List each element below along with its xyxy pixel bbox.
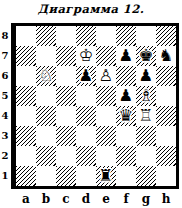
square-b1 — [36, 166, 56, 186]
rank-label-2: 2 — [0, 146, 10, 166]
file-label-d: d — [76, 192, 96, 206]
diagram-title: Диаграмма 12. — [0, 2, 182, 16]
square-a3 — [16, 126, 36, 146]
square-c4 — [56, 106, 76, 126]
square-e8 — [96, 26, 116, 46]
piece-white-king: ♔ — [76, 46, 96, 66]
square-h7: ♞ — [156, 46, 176, 66]
square-g1 — [136, 166, 156, 186]
square-b8 — [36, 26, 56, 46]
file-label-h: h — [156, 192, 176, 206]
square-e2 — [96, 146, 116, 166]
square-c8 — [56, 26, 76, 46]
rank-label-6: 6 — [0, 66, 10, 86]
file-label-c: c — [56, 192, 76, 206]
chess-board: ♔♟♚♞♘♟♙♟♟♗♛♖♜ — [16, 26, 176, 186]
piece-black-pawn: ♟ — [136, 66, 156, 86]
piece-white-rook: ♖ — [136, 106, 156, 126]
square-c5 — [56, 86, 76, 106]
square-g7: ♚ — [136, 46, 156, 66]
square-f6 — [116, 66, 136, 86]
square-g8 — [136, 26, 156, 46]
square-d6: ♟ — [76, 66, 96, 86]
rank-label-5: 5 — [0, 86, 10, 106]
piece-black-pawn: ♟ — [116, 46, 136, 66]
square-f3 — [116, 126, 136, 146]
square-a4 — [16, 106, 36, 126]
square-d1 — [76, 166, 96, 186]
square-b7 — [36, 46, 56, 66]
square-e3 — [96, 126, 116, 146]
square-e5 — [96, 86, 116, 106]
file-label-a: a — [16, 192, 36, 206]
piece-black-pawn: ♟ — [76, 66, 96, 86]
piece-black-queen: ♛ — [116, 106, 136, 126]
square-f8 — [116, 26, 136, 46]
square-b5 — [36, 86, 56, 106]
square-h2 — [156, 146, 176, 166]
piece-black-knight: ♞ — [156, 46, 176, 66]
square-e6: ♙ — [96, 66, 116, 86]
square-g4: ♖ — [136, 106, 156, 126]
file-label-b: b — [36, 192, 56, 206]
piece-white-bishop: ♗ — [136, 86, 156, 106]
rank-label-4: 4 — [0, 106, 10, 126]
square-a2 — [16, 146, 36, 166]
square-f1 — [116, 166, 136, 186]
square-h5 — [156, 86, 176, 106]
square-h8 — [156, 26, 176, 46]
square-d4 — [76, 106, 96, 126]
piece-white-pawn: ♙ — [96, 66, 116, 86]
square-a1 — [16, 166, 36, 186]
board-frame: ♔♟♚♞♘♟♙♟♟♗♛♖♜ — [11, 23, 179, 189]
square-c7 — [56, 46, 76, 66]
square-d8 — [76, 26, 96, 46]
piece-white-knight: ♘ — [36, 66, 56, 86]
square-g6: ♟ — [136, 66, 156, 86]
square-h6 — [156, 66, 176, 86]
square-d3 — [76, 126, 96, 146]
square-h4 — [156, 106, 176, 126]
square-b4 — [36, 106, 56, 126]
square-d7: ♔ — [76, 46, 96, 66]
piece-black-king: ♚ — [136, 46, 156, 66]
square-b2 — [36, 146, 56, 166]
rank-label-8: 8 — [0, 26, 10, 46]
square-a8 — [16, 26, 36, 46]
rank-label-1: 1 — [0, 166, 10, 186]
square-g3 — [136, 126, 156, 146]
square-a5 — [16, 86, 36, 106]
piece-black-rook: ♜ — [96, 166, 116, 186]
square-e7 — [96, 46, 116, 66]
rank-label-3: 3 — [0, 126, 10, 146]
square-a6 — [16, 66, 36, 86]
square-f2 — [116, 146, 136, 166]
square-c3 — [56, 126, 76, 146]
square-h1 — [156, 166, 176, 186]
file-label-f: f — [116, 192, 136, 206]
square-d2 — [76, 146, 96, 166]
rank-label-7: 7 — [0, 46, 10, 66]
square-f7: ♟ — [116, 46, 136, 66]
chess-diagram-page: Диаграмма 12. 87654321 ♔♟♚♞♘♟♙♟♟♗♛♖♜ abc… — [0, 0, 182, 208]
square-b3 — [36, 126, 56, 146]
square-e1: ♜ — [96, 166, 116, 186]
piece-black-pawn: ♟ — [116, 86, 136, 106]
square-c2 — [56, 146, 76, 166]
rank-labels: 87654321 — [0, 26, 10, 186]
square-a7 — [16, 46, 36, 66]
file-label-g: g — [136, 192, 156, 206]
file-label-e: e — [96, 192, 116, 206]
square-g5: ♗ — [136, 86, 156, 106]
square-b6: ♘ — [36, 66, 56, 86]
square-c1 — [56, 166, 76, 186]
square-g2 — [136, 146, 156, 166]
square-h3 — [156, 126, 176, 146]
square-c6 — [56, 66, 76, 86]
file-labels: abcdefgh — [16, 192, 176, 206]
square-e4 — [96, 106, 116, 126]
square-f4: ♛ — [116, 106, 136, 126]
square-f5: ♟ — [116, 86, 136, 106]
square-d5 — [76, 86, 96, 106]
